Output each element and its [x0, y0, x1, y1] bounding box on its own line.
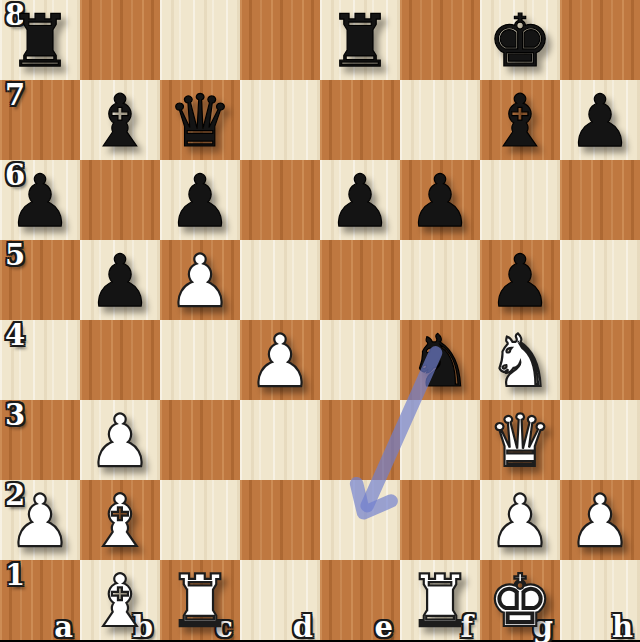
square-b5[interactable]: ♟	[80, 240, 160, 320]
square-b1[interactable]: b♝	[80, 560, 160, 640]
black-bishop-g7[interactable]: ♝	[480, 80, 560, 160]
rank-label-1: 1	[5, 558, 25, 592]
square-f1[interactable]: f♜	[400, 560, 480, 640]
square-h5[interactable]	[560, 240, 640, 320]
square-c5[interactable]: ♟	[160, 240, 240, 320]
square-d1[interactable]: d	[240, 560, 320, 640]
square-e3[interactable]	[320, 400, 400, 480]
square-e4[interactable]	[320, 320, 400, 400]
square-e7[interactable]	[320, 80, 400, 160]
square-a4[interactable]: 4	[0, 320, 80, 400]
white-knight-g4[interactable]: ♞	[480, 320, 560, 400]
square-g6[interactable]	[480, 160, 560, 240]
square-d5[interactable]	[240, 240, 320, 320]
file-label-a: a	[54, 610, 73, 642]
square-e1[interactable]: e	[320, 560, 400, 640]
black-rook-e8[interactable]: ♜	[320, 0, 400, 80]
black-pawn-f6[interactable]: ♟	[400, 160, 480, 240]
square-e2[interactable]	[320, 480, 400, 560]
square-f8[interactable]	[400, 0, 480, 80]
square-d4[interactable]: ♟	[240, 320, 320, 400]
square-d3[interactable]	[240, 400, 320, 480]
square-b8[interactable]	[80, 0, 160, 80]
square-c1[interactable]: c♜	[160, 560, 240, 640]
white-pawn-a2[interactable]: ♟	[0, 480, 80, 560]
square-h8[interactable]	[560, 0, 640, 80]
square-h1[interactable]: h	[560, 560, 640, 640]
square-a5[interactable]: 5	[0, 240, 80, 320]
square-f3[interactable]	[400, 400, 480, 480]
square-c6[interactable]: ♟	[160, 160, 240, 240]
chess-app-window: 8♜♜♚7♝♛♝♟6♟♟♟♟5♟♟♟4♟♞♞3♟♛2♟♝♟♟1ab♝c♜def♜…	[0, 0, 640, 642]
rank-label-3: 3	[5, 398, 25, 432]
square-c8[interactable]	[160, 0, 240, 80]
square-a1[interactable]: 1a	[0, 560, 80, 640]
square-b4[interactable]	[80, 320, 160, 400]
square-f4[interactable]: ♞	[400, 320, 480, 400]
square-g2[interactable]: ♟	[480, 480, 560, 560]
square-a2[interactable]: 2♟	[0, 480, 80, 560]
file-label-h: h	[612, 610, 633, 642]
square-b7[interactable]: ♝	[80, 80, 160, 160]
black-pawn-c6[interactable]: ♟	[160, 160, 240, 240]
square-h7[interactable]: ♟	[560, 80, 640, 160]
chess-board: 8♜♜♚7♝♛♝♟6♟♟♟♟5♟♟♟4♟♞♞3♟♛2♟♝♟♟1ab♝c♜def♜…	[0, 0, 640, 640]
square-g8[interactable]: ♚	[480, 0, 560, 80]
white-pawn-g2[interactable]: ♟	[480, 480, 560, 560]
square-c7[interactable]: ♛	[160, 80, 240, 160]
rank-label-5: 5	[5, 238, 25, 272]
black-rook-a8[interactable]: ♜	[0, 0, 80, 80]
rank-label-4: 4	[5, 318, 25, 352]
rank-label-7: 7	[5, 78, 25, 112]
square-g7[interactable]: ♝	[480, 80, 560, 160]
square-g1[interactable]: g♚	[480, 560, 560, 640]
black-pawn-g5[interactable]: ♟	[480, 240, 560, 320]
square-c3[interactable]	[160, 400, 240, 480]
file-label-e: e	[375, 610, 393, 642]
square-g5[interactable]: ♟	[480, 240, 560, 320]
square-h3[interactable]	[560, 400, 640, 480]
square-h6[interactable]	[560, 160, 640, 240]
square-g3[interactable]: ♛	[480, 400, 560, 480]
file-label-d: d	[293, 610, 313, 642]
square-g4[interactable]: ♞	[480, 320, 560, 400]
black-bishop-b7[interactable]: ♝	[80, 80, 160, 160]
white-bishop-b1[interactable]: ♝	[80, 560, 160, 640]
square-e8[interactable]: ♜	[320, 0, 400, 80]
square-c2[interactable]	[160, 480, 240, 560]
white-pawn-b3[interactable]: ♟	[80, 400, 160, 480]
square-b6[interactable]	[80, 160, 160, 240]
black-pawn-a6[interactable]: ♟	[0, 160, 80, 240]
black-king-g8[interactable]: ♚	[480, 0, 560, 80]
square-h4[interactable]	[560, 320, 640, 400]
square-e5[interactable]	[320, 240, 400, 320]
square-f6[interactable]: ♟	[400, 160, 480, 240]
square-d7[interactable]	[240, 80, 320, 160]
square-d6[interactable]	[240, 160, 320, 240]
square-e6[interactable]: ♟	[320, 160, 400, 240]
white-king-g1[interactable]: ♚	[480, 560, 560, 640]
square-f7[interactable]	[400, 80, 480, 160]
black-pawn-h7[interactable]: ♟	[560, 80, 640, 160]
black-knight-f4[interactable]: ♞	[400, 320, 480, 400]
square-a7[interactable]: 7	[0, 80, 80, 160]
black-pawn-e6[interactable]: ♟	[320, 160, 400, 240]
square-b3[interactable]: ♟	[80, 400, 160, 480]
white-pawn-d4[interactable]: ♟	[240, 320, 320, 400]
white-rook-c1[interactable]: ♜	[160, 560, 240, 640]
white-bishop-b2[interactable]: ♝	[80, 480, 160, 560]
white-rook-f1[interactable]: ♜	[400, 560, 480, 640]
white-queen-g3[interactable]: ♛	[480, 400, 560, 480]
white-pawn-h2[interactable]: ♟	[560, 480, 640, 560]
square-d8[interactable]	[240, 0, 320, 80]
black-queen-c7[interactable]: ♛	[160, 80, 240, 160]
square-a6[interactable]: 6♟	[0, 160, 80, 240]
square-a3[interactable]: 3	[0, 400, 80, 480]
white-pawn-c5[interactable]: ♟	[160, 240, 240, 320]
square-f2[interactable]	[400, 480, 480, 560]
square-d2[interactable]	[240, 480, 320, 560]
square-a8[interactable]: 8♜	[0, 0, 80, 80]
square-f5[interactable]	[400, 240, 480, 320]
square-h2[interactable]: ♟	[560, 480, 640, 560]
black-pawn-b5[interactable]: ♟	[80, 240, 160, 320]
square-c4[interactable]	[160, 320, 240, 400]
square-b2[interactable]: ♝	[80, 480, 160, 560]
